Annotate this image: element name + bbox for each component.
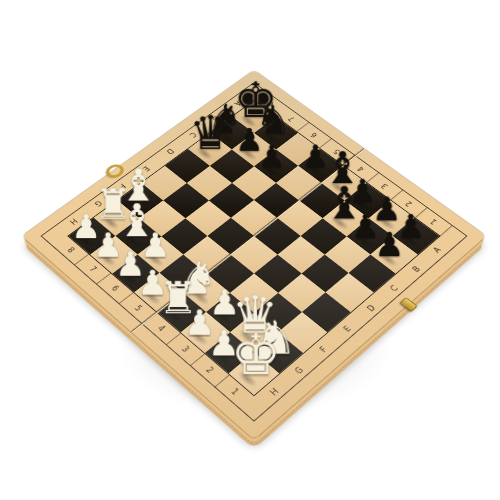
board-box-top: 87654321 ABCDEFGH 87654321 ABCDEFGH ♚♞♟♝… [22,70,486,439]
scene-3d: 87654321 ABCDEFGH 87654321 ABCDEFGH ♚♞♟♝… [0,0,500,500]
playing-area: ♚♞♟♝♟♟♟♞♟♟♝♟♟♛♝♜♝♟♞♟♛♞♟♟♟♟♜♟♟♚ [67,100,440,396]
piece-black-pawn[interactable]: ♟ [373,231,406,258]
piece-black-pawn[interactable]: ♟ [256,144,288,170]
piece-white-king[interactable]: ♚ [231,332,266,378]
product-photo-stage: 87654321 ABCDEFGH 87654321 ABCDEFGH ♚♞♟♝… [0,0,500,500]
chess-board-3d: 87654321 ABCDEFGH 87654321 ABCDEFGH ♚♞♟♝… [22,70,486,439]
piece-black-queen[interactable]: ♛ [189,115,220,153]
